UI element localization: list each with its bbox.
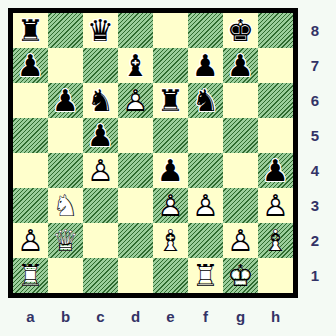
square-b1[interactable] [48,258,83,293]
piece-glyph-outline: ♟ [153,153,188,188]
rank-label-6: 6 [300,83,330,118]
piece-glyph-outline: ♕ [48,223,83,258]
file-label-d: d [118,302,153,332]
white-king[interactable]: ♚♔ [223,258,258,293]
square-b4[interactable] [48,153,83,188]
square-a1[interactable]: ♜♖ [13,258,48,293]
square-a8[interactable]: ♜ [13,13,48,48]
piece-glyph-outline: ♟ [188,48,223,83]
square-f1[interactable]: ♜♖ [188,258,223,293]
white-pawn[interactable]: ♟♙ [83,153,118,188]
piece-glyph-outline: ♝ [118,48,153,83]
square-e8[interactable] [153,13,188,48]
square-h4[interactable]: ♟ [258,153,293,188]
piece-glyph-outline: ♟ [83,118,118,153]
square-e1[interactable] [153,258,188,293]
file-label-e: e [153,302,188,332]
rank-label-5: 5 [300,118,330,153]
piece-glyph-outline: ♖ [188,258,223,293]
rank-label-2: 2 [300,223,330,258]
square-g6[interactable] [223,83,258,118]
black-pawn[interactable]: ♟ [13,48,48,83]
square-h6[interactable] [258,83,293,118]
white-bishop[interactable]: ♝♗ [153,223,188,258]
square-f4[interactable] [188,153,223,188]
black-knight[interactable]: ♞ [188,83,223,118]
file-label-a: a [13,302,48,332]
square-d4[interactable] [118,153,153,188]
square-f3[interactable]: ♟♙ [188,188,223,223]
white-pawn[interactable]: ♟♙ [118,83,153,118]
piece-glyph-outline: ♞ [188,83,223,118]
piece-glyph-outline: ♗ [153,223,188,258]
square-b5[interactable] [48,118,83,153]
file-label-g: g [223,302,258,332]
square-a4[interactable] [13,153,48,188]
square-c2[interactable] [83,223,118,258]
piece-glyph-outline: ♙ [258,188,293,223]
square-g8[interactable]: ♚ [223,13,258,48]
square-h5[interactable] [258,118,293,153]
square-e7[interactable] [153,48,188,83]
rank-label-8: 8 [300,13,330,48]
piece-glyph-outline: ♘ [48,188,83,223]
white-pawn[interactable]: ♟♙ [223,223,258,258]
white-pawn[interactable]: ♟♙ [13,223,48,258]
piece-glyph-outline: ♜ [13,13,48,48]
file-label-h: h [258,302,293,332]
piece-glyph-outline: ♜ [153,83,188,118]
white-pawn[interactable]: ♟♙ [258,188,293,223]
black-pawn[interactable]: ♟ [258,153,293,188]
piece-glyph-outline: ♟ [258,153,293,188]
piece-glyph-outline: ♗ [258,223,293,258]
square-g5[interactable] [223,118,258,153]
black-rook[interactable]: ♜ [13,13,48,48]
square-c6[interactable]: ♞ [83,83,118,118]
white-queen[interactable]: ♛♕ [48,223,83,258]
square-c5[interactable]: ♟ [83,118,118,153]
file-label-c: c [83,302,118,332]
square-c1[interactable] [83,258,118,293]
square-d3[interactable] [118,188,153,223]
piece-glyph-outline: ♛ [83,13,118,48]
square-f8[interactable] [188,13,223,48]
square-f5[interactable] [188,118,223,153]
white-rook[interactable]: ♜♖ [188,258,223,293]
rank-label-7: 7 [300,48,330,83]
square-b8[interactable] [48,13,83,48]
square-d1[interactable] [118,258,153,293]
file-label-f: f [188,302,223,332]
piece-glyph-outline: ♔ [223,258,258,293]
square-h3[interactable]: ♟♙ [258,188,293,223]
piece-glyph-outline: ♙ [153,188,188,223]
square-f7[interactable]: ♟ [188,48,223,83]
piece-glyph-outline: ♙ [223,223,258,258]
square-b7[interactable] [48,48,83,83]
black-king[interactable]: ♚ [223,13,258,48]
black-queen[interactable]: ♛ [83,13,118,48]
white-bishop[interactable]: ♝♗ [258,223,293,258]
square-c8[interactable]: ♛ [83,13,118,48]
square-h7[interactable] [258,48,293,83]
square-d7[interactable]: ♝ [118,48,153,83]
square-d5[interactable] [118,118,153,153]
square-e2[interactable]: ♝♗ [153,223,188,258]
square-a5[interactable] [13,118,48,153]
black-pawn[interactable]: ♟ [188,48,223,83]
square-a3[interactable] [13,188,48,223]
white-pawn[interactable]: ♟♙ [153,188,188,223]
square-h1[interactable] [258,258,293,293]
square-c3[interactable] [83,188,118,223]
rank-label-1: 1 [300,258,330,293]
square-d6[interactable]: ♟♙ [118,83,153,118]
square-f2[interactable] [188,223,223,258]
square-d2[interactable] [118,223,153,258]
square-e3[interactable]: ♟♙ [153,188,188,223]
white-pawn[interactable]: ♟♙ [188,188,223,223]
piece-glyph-outline: ♙ [118,83,153,118]
square-e5[interactable] [153,118,188,153]
square-d8[interactable] [118,13,153,48]
square-h8[interactable] [258,13,293,48]
piece-glyph-outline: ♙ [188,188,223,223]
square-g1[interactable]: ♚♔ [223,258,258,293]
square-a6[interactable] [13,83,48,118]
square-g3[interactable] [223,188,258,223]
file-labels: abcdefgh [13,302,293,332]
square-b2[interactable]: ♛♕ [48,223,83,258]
chess-board: ♜♛♚♟♝♟♟♟♞♟♙♜♞♟♟♙♟♟♞♘♟♙♟♙♟♙♟♙♛♕♝♗♟♙♝♗♜♖♜♖… [8,8,298,298]
piece-glyph-outline: ♟ [13,48,48,83]
square-g7[interactable]: ♟ [223,48,258,83]
square-g4[interactable] [223,153,258,188]
piece-glyph-outline: ♟ [48,83,83,118]
black-pawn[interactable]: ♟ [48,83,83,118]
piece-glyph-outline: ♙ [13,223,48,258]
black-bishop[interactable]: ♝ [118,48,153,83]
piece-glyph-outline: ♙ [83,153,118,188]
black-rook[interactable]: ♜ [153,83,188,118]
piece-glyph-outline: ♖ [13,258,48,293]
square-f6[interactable]: ♞ [188,83,223,118]
black-pawn[interactable]: ♟ [83,118,118,153]
square-c4[interactable]: ♟♙ [83,153,118,188]
square-e6[interactable]: ♜ [153,83,188,118]
square-c7[interactable] [83,48,118,83]
rank-label-4: 4 [300,153,330,188]
white-rook[interactable]: ♜♖ [13,258,48,293]
black-pawn[interactable]: ♟ [223,48,258,83]
square-a7[interactable]: ♟ [13,48,48,83]
square-a2[interactable]: ♟♙ [13,223,48,258]
piece-glyph-outline: ♟ [223,48,258,83]
square-e4[interactable]: ♟ [153,153,188,188]
black-pawn[interactable]: ♟ [153,153,188,188]
page: { "game": "chess", "position": { "fen": … [0,0,336,336]
square-g2[interactable]: ♟♙ [223,223,258,258]
white-knight[interactable]: ♞♘ [48,188,83,223]
piece-glyph-outline: ♞ [83,83,118,118]
square-b6[interactable]: ♟ [48,83,83,118]
file-label-b: b [48,302,83,332]
square-b3[interactable]: ♞♘ [48,188,83,223]
square-h2[interactable]: ♝♗ [258,223,293,258]
rank-label-3: 3 [300,188,330,223]
rank-labels: 87654321 [300,13,330,293]
black-knight[interactable]: ♞ [83,83,118,118]
piece-glyph-outline: ♚ [223,13,258,48]
